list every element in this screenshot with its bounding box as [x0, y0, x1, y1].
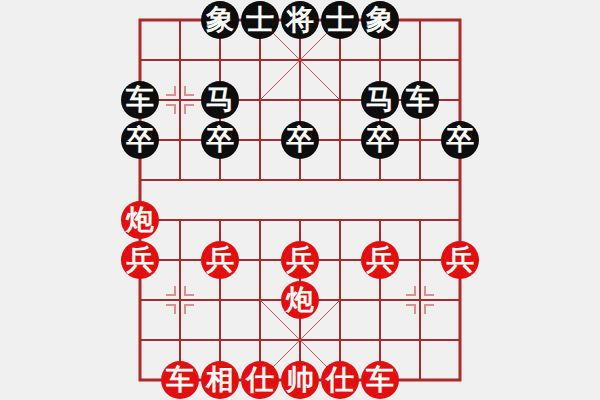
piece-black-soldier[interactable]: 卒 [121, 121, 159, 159]
piece-black-soldier[interactable]: 卒 [361, 121, 399, 159]
piece-black-chariot[interactable]: 车 [401, 81, 439, 119]
piece-black-elephant[interactable]: 象 [361, 1, 399, 39]
piece-red-chariot[interactable]: 车 [161, 361, 199, 399]
piece-red-cannon[interactable]: 炮 [121, 201, 159, 239]
piece-red-soldier[interactable]: 兵 [441, 241, 479, 279]
piece-black-horse[interactable]: 马 [361, 81, 399, 119]
piece-black-soldier[interactable]: 卒 [201, 121, 239, 159]
piece-red-soldier[interactable]: 兵 [281, 241, 319, 279]
piece-red-soldier[interactable]: 兵 [201, 241, 239, 279]
pieces-layer: 象士将士象车马马车卒卒卒卒卒炮兵兵兵兵兵炮车相仕帅仕车 [0, 0, 600, 400]
piece-black-advisor[interactable]: 士 [241, 1, 279, 39]
piece-black-soldier[interactable]: 卒 [441, 121, 479, 159]
piece-red-soldier[interactable]: 兵 [121, 241, 159, 279]
piece-black-soldier[interactable]: 卒 [281, 121, 319, 159]
piece-black-general[interactable]: 将 [281, 1, 319, 39]
piece-black-horse[interactable]: 马 [201, 81, 239, 119]
piece-red-advisor[interactable]: 仕 [241, 361, 279, 399]
piece-red-elephant[interactable]: 相 [201, 361, 239, 399]
piece-red-general[interactable]: 帅 [281, 361, 319, 399]
piece-red-soldier[interactable]: 兵 [361, 241, 399, 279]
piece-black-chariot[interactable]: 车 [121, 81, 159, 119]
piece-black-elephant[interactable]: 象 [201, 1, 239, 39]
piece-black-advisor[interactable]: 士 [321, 1, 359, 39]
piece-red-advisor[interactable]: 仕 [321, 361, 359, 399]
piece-red-cannon[interactable]: 炮 [281, 281, 319, 319]
xiangqi-board: 象士将士象车马马车卒卒卒卒卒炮兵兵兵兵兵炮车相仕帅仕车 [0, 0, 600, 400]
piece-red-chariot[interactable]: 车 [361, 361, 399, 399]
